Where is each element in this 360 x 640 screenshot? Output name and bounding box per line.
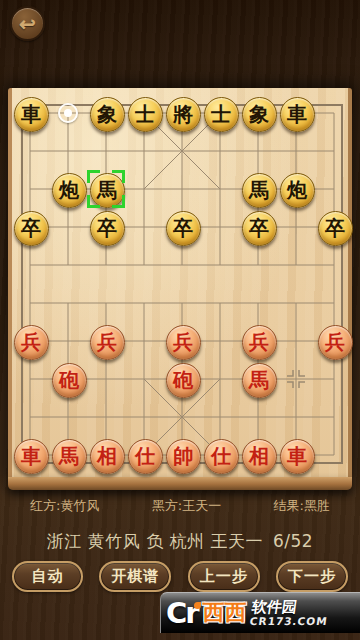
piece-black[interactable]: 卒 — [318, 211, 353, 246]
piece-black[interactable]: 卒 — [166, 211, 201, 246]
piece-red[interactable]: 兵 — [318, 325, 353, 360]
back-button[interactable]: ↩ — [10, 6, 45, 41]
board-grid-lines — [12, 88, 356, 478]
piece-black[interactable]: 士 — [128, 97, 163, 132]
piece-red[interactable]: 砲 — [52, 363, 87, 398]
piece-black[interactable]: 將 — [166, 97, 201, 132]
piece-red[interactable]: 兵 — [166, 325, 201, 360]
piece-red[interactable]: 馬 — [52, 439, 87, 474]
piece-black[interactable]: 象 — [90, 97, 125, 132]
piece-red[interactable]: 兵 — [242, 325, 277, 360]
piece-red[interactable]: 車 — [14, 439, 49, 474]
move-counter: 6/52 — [273, 531, 313, 551]
piece-black[interactable]: 卒 — [90, 211, 125, 246]
piece-black[interactable]: 炮 — [280, 173, 315, 208]
last-move-from-marker — [58, 103, 78, 123]
piece-red[interactable]: 帥 — [166, 439, 201, 474]
back-arrow-icon: ↩ — [19, 14, 36, 34]
result-label: 结果:黑胜 — [274, 497, 330, 515]
watermark-url: CR173.COM — [249, 616, 328, 627]
auto-play-button[interactable]: 自动 — [12, 561, 83, 592]
piece-red[interactable]: 馬 — [242, 363, 277, 398]
piece-red[interactable]: 砲 — [166, 363, 201, 398]
piece-red[interactable]: 相 — [90, 439, 125, 474]
piece-black[interactable]: 卒 — [242, 211, 277, 246]
piece-black[interactable]: 馬 — [90, 173, 125, 208]
xiangqi-replay-app: ↩ 車象士將士象車炮馬馬炮卒卒卒卒卒兵兵兵兵兵砲砲馬車馬相仕帥仕相車 红方:黄竹… — [0, 0, 360, 640]
watermark-suffix: 软件园 — [250, 600, 330, 615]
watermark-banner[interactable]: Cr 西西 软件园 CR173.COM — [160, 592, 360, 633]
watermark-logo: Cr — [166, 599, 198, 628]
piece-red[interactable]: 相 — [242, 439, 277, 474]
piece-black[interactable]: 象 — [242, 97, 277, 132]
prev-step-button[interactable]: 上一步 — [188, 561, 260, 592]
piece-red[interactable]: 兵 — [14, 325, 49, 360]
open-record-button[interactable]: 开棋谱 — [99, 561, 171, 592]
match-result-text: 浙江 黄竹风 负 杭州 王天一 — [47, 531, 263, 551]
piece-red[interactable]: 車 — [280, 439, 315, 474]
piece-black[interactable]: 士 — [204, 97, 239, 132]
watermark-brand: 西西 — [203, 602, 247, 624]
red-player-label: 红方:黄竹风 — [30, 497, 99, 515]
piece-black[interactable]: 車 — [14, 97, 49, 132]
piece-black[interactable]: 馬 — [242, 173, 277, 208]
players-info-row: 红方:黄竹风 黑方:王天一 结果:黑胜 — [0, 497, 360, 515]
black-player-label: 黑方:王天一 — [152, 497, 221, 515]
board-bottom-edge — [8, 477, 352, 490]
control-buttons-row: 自动 开棋谱 上一步 下一步 — [0, 561, 360, 592]
piece-red[interactable]: 兵 — [90, 325, 125, 360]
piece-red[interactable]: 仕 — [204, 439, 239, 474]
match-caption: 浙江 黄竹风 负 杭州 王天一6/52 — [0, 530, 360, 553]
xiangqi-board[interactable]: 車象士將士象車炮馬馬炮卒卒卒卒卒兵兵兵兵兵砲砲馬車馬相仕帥仕相車 — [8, 88, 352, 477]
piece-black[interactable]: 卒 — [14, 211, 49, 246]
piece-red[interactable]: 仕 — [128, 439, 163, 474]
piece-black[interactable]: 炮 — [52, 173, 87, 208]
next-step-button[interactable]: 下一步 — [276, 561, 348, 592]
piece-black[interactable]: 車 — [280, 97, 315, 132]
